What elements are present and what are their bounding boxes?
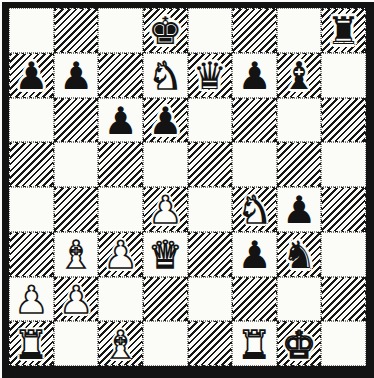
square-h2 xyxy=(321,277,366,322)
square-c5 xyxy=(98,142,143,187)
square-a7: ♟ xyxy=(9,53,54,98)
piece-white-knight: ♞ xyxy=(148,57,182,95)
piece-white-bishop: ♝ xyxy=(59,236,93,274)
piece-black-pawn: ♟ xyxy=(237,236,271,274)
square-c7 xyxy=(98,53,143,98)
square-f1: ♜ xyxy=(232,321,277,366)
piece-white-pawn: ♟ xyxy=(148,191,182,229)
square-c6: ♟ xyxy=(98,98,143,143)
piece-black-pawn: ♟ xyxy=(237,57,271,95)
square-c4 xyxy=(98,187,143,232)
square-h6 xyxy=(321,98,366,143)
square-a8 xyxy=(9,8,54,53)
square-b3: ♝ xyxy=(54,232,99,277)
square-a6 xyxy=(9,98,54,143)
piece-white-bishop: ♝ xyxy=(104,326,138,364)
square-h7 xyxy=(321,53,366,98)
square-c8 xyxy=(98,8,143,53)
square-f3: ♟ xyxy=(232,232,277,277)
square-b6 xyxy=(54,98,99,143)
piece-black-pawn: ♟ xyxy=(282,191,316,229)
piece-white-knight: ♞ xyxy=(237,191,271,229)
piece-black-king: ♚ xyxy=(148,12,182,50)
square-e8 xyxy=(188,8,233,53)
square-b5 xyxy=(54,142,99,187)
square-d6: ♟ xyxy=(143,98,188,143)
square-g6 xyxy=(277,98,322,143)
piece-white-pawn: ♟ xyxy=(14,281,48,319)
square-d5 xyxy=(143,142,188,187)
square-g3: ♞ xyxy=(277,232,322,277)
piece-white-rook: ♜ xyxy=(14,326,48,364)
square-h1 xyxy=(321,321,366,366)
square-e1 xyxy=(188,321,233,366)
square-b2: ♟ xyxy=(54,277,99,322)
piece-black-queen: ♛ xyxy=(193,57,227,95)
square-a2: ♟ xyxy=(9,277,54,322)
square-f4: ♞ xyxy=(232,187,277,232)
piece-black-pawn: ♟ xyxy=(14,57,48,95)
square-e6 xyxy=(188,98,233,143)
square-g5 xyxy=(277,142,322,187)
piece-white-rook: ♜ xyxy=(237,326,271,364)
square-f7: ♟ xyxy=(232,53,277,98)
piece-white-king: ♚ xyxy=(282,326,316,364)
square-e7: ♛ xyxy=(188,53,233,98)
square-a5 xyxy=(9,142,54,187)
piece-white-pawn: ♟ xyxy=(59,281,93,319)
square-d4: ♟ xyxy=(143,187,188,232)
square-f2 xyxy=(232,277,277,322)
piece-white-pawn: ♟ xyxy=(104,236,138,274)
square-e3 xyxy=(188,232,233,277)
square-b8 xyxy=(54,8,99,53)
square-b4 xyxy=(54,187,99,232)
piece-black-rook: ♜ xyxy=(327,12,361,50)
square-h5 xyxy=(321,142,366,187)
scanned-diagram-page: ♚♜♟♟♞♛♟♝♟♟♟♞♟♝♟♛♟♞♟♟♜♝♜♚ xyxy=(0,0,374,378)
square-d7: ♞ xyxy=(143,53,188,98)
square-f6 xyxy=(232,98,277,143)
square-f5 xyxy=(232,142,277,187)
piece-white-queen: ♛ xyxy=(148,236,182,274)
square-c1: ♝ xyxy=(98,321,143,366)
piece-black-bishop: ♝ xyxy=(282,57,316,95)
square-a4 xyxy=(9,187,54,232)
square-e5 xyxy=(188,142,233,187)
square-d8: ♚ xyxy=(143,8,188,53)
square-g2 xyxy=(277,277,322,322)
square-g1: ♚ xyxy=(277,321,322,366)
square-c2 xyxy=(98,277,143,322)
square-e2 xyxy=(188,277,233,322)
square-e4 xyxy=(188,187,233,232)
board-frame: ♚♜♟♟♞♛♟♝♟♟♟♞♟♝♟♛♟♞♟♟♜♝♜♚ xyxy=(2,2,374,378)
chess-board: ♚♜♟♟♞♛♟♝♟♟♟♞♟♝♟♛♟♞♟♟♜♝♜♚ xyxy=(9,8,366,366)
square-g4: ♟ xyxy=(277,187,322,232)
piece-black-pawn: ♟ xyxy=(104,102,138,140)
piece-black-pawn: ♟ xyxy=(59,57,93,95)
piece-black-pawn: ♟ xyxy=(148,102,182,140)
square-c3: ♟ xyxy=(98,232,143,277)
square-g8 xyxy=(277,8,322,53)
square-d3: ♛ xyxy=(143,232,188,277)
square-a1: ♜ xyxy=(9,321,54,366)
square-h3 xyxy=(321,232,366,277)
square-h8: ♜ xyxy=(321,8,366,53)
square-h4 xyxy=(321,187,366,232)
square-b1 xyxy=(54,321,99,366)
piece-black-knight: ♞ xyxy=(282,236,316,274)
square-d1 xyxy=(143,321,188,366)
square-a3 xyxy=(9,232,54,277)
square-f8 xyxy=(232,8,277,53)
square-g7: ♝ xyxy=(277,53,322,98)
square-d2 xyxy=(143,277,188,322)
square-b7: ♟ xyxy=(54,53,99,98)
